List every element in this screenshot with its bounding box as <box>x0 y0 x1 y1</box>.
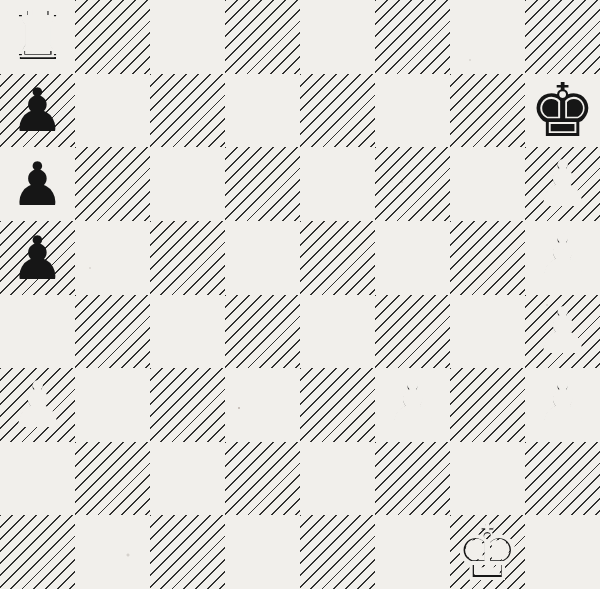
square-h1[interactable] <box>525 515 600 589</box>
piece-white-pawn[interactable]: ♟♙ <box>536 375 590 435</box>
square-h7[interactable]: ♚ <box>525 74 600 148</box>
square-c1[interactable] <box>150 515 225 589</box>
square-b5[interactable] <box>75 221 150 295</box>
square-e4[interactable] <box>300 295 375 369</box>
square-f1[interactable] <box>375 515 450 589</box>
square-d1[interactable] <box>225 515 300 589</box>
white-pawn-fill: ♟ <box>9 373 67 437</box>
black-pawn-glyph: ♟ <box>11 80 65 140</box>
white-pawn-fill: ♟ <box>534 299 592 363</box>
square-g8[interactable] <box>450 0 525 74</box>
square-e1[interactable] <box>300 515 375 589</box>
piece-white-pawn[interactable]: ♟♙ <box>536 228 590 288</box>
square-d8[interactable] <box>225 0 300 74</box>
square-h4[interactable]: ♟♙ <box>525 295 600 369</box>
square-c4[interactable] <box>150 295 225 369</box>
piece-black-pawn[interactable]: ♟ <box>11 80 65 140</box>
square-a1[interactable] <box>0 515 75 589</box>
square-b3[interactable] <box>75 368 150 442</box>
square-d7[interactable] <box>225 74 300 148</box>
piece-white-pawn[interactable]: ♟♙ <box>536 301 590 361</box>
square-f5[interactable] <box>375 221 450 295</box>
white-pawn-fill: ♟ <box>534 373 592 437</box>
square-a8[interactable]: ♜♖ <box>0 0 75 74</box>
square-b7[interactable] <box>75 74 150 148</box>
square-e5[interactable] <box>300 221 375 295</box>
square-c8[interactable] <box>150 0 225 74</box>
square-f6[interactable] <box>375 147 450 221</box>
square-c7[interactable] <box>150 74 225 148</box>
square-a5[interactable]: ♟ <box>0 221 75 295</box>
chess-board: ♜♖♟♚♟♟♙♟♟♙♟♙♟♙♟♙♟♙♚♔ <box>0 0 600 589</box>
black-pawn-glyph: ♟ <box>11 154 65 214</box>
piece-white-pawn[interactable]: ♟♙ <box>11 375 65 435</box>
square-a3[interactable]: ♟♙ <box>0 368 75 442</box>
square-g4[interactable] <box>450 295 525 369</box>
square-e6[interactable] <box>300 147 375 221</box>
square-h8[interactable] <box>525 0 600 74</box>
square-h5[interactable]: ♟♙ <box>525 221 600 295</box>
white-pawn-fill: ♟ <box>534 226 592 290</box>
square-h6[interactable]: ♟♙ <box>525 147 600 221</box>
piece-white-rook[interactable]: ♜♖ <box>8 4 67 70</box>
white-rook-fill: ♜ <box>6 2 69 73</box>
square-f2[interactable] <box>375 442 450 516</box>
square-g6[interactable] <box>450 147 525 221</box>
square-g7[interactable] <box>450 74 525 148</box>
square-a6[interactable]: ♟ <box>0 147 75 221</box>
square-e8[interactable] <box>300 0 375 74</box>
square-g5[interactable] <box>450 221 525 295</box>
square-h2[interactable] <box>525 442 600 516</box>
square-d5[interactable] <box>225 221 300 295</box>
square-c6[interactable] <box>150 147 225 221</box>
square-a4[interactable] <box>0 295 75 369</box>
square-c2[interactable] <box>150 442 225 516</box>
square-c5[interactable] <box>150 221 225 295</box>
square-e2[interactable] <box>300 442 375 516</box>
square-g1[interactable]: ♚♔ <box>450 515 525 589</box>
piece-black-pawn[interactable]: ♟ <box>11 154 65 214</box>
square-h3[interactable]: ♟♙ <box>525 368 600 442</box>
square-g3[interactable] <box>450 368 525 442</box>
square-b8[interactable] <box>75 0 150 74</box>
white-pawn-fill: ♟ <box>534 152 592 216</box>
square-f4[interactable] <box>375 295 450 369</box>
square-a2[interactable] <box>0 442 75 516</box>
black-king-glyph: ♚ <box>529 74 595 148</box>
square-f8[interactable] <box>375 0 450 74</box>
square-f3[interactable]: ♟♙ <box>375 368 450 442</box>
piece-black-pawn[interactable]: ♟ <box>11 228 65 288</box>
piece-white-pawn[interactable]: ♟♙ <box>386 375 440 435</box>
square-d6[interactable] <box>225 147 300 221</box>
square-b6[interactable] <box>75 147 150 221</box>
white-king-fill: ♚ <box>452 515 523 589</box>
white-pawn-fill: ♟ <box>384 373 442 437</box>
square-g2[interactable] <box>450 442 525 516</box>
square-b2[interactable] <box>75 442 150 516</box>
square-b1[interactable] <box>75 515 150 589</box>
square-a7[interactable]: ♟ <box>0 74 75 148</box>
piece-white-pawn[interactable]: ♟♙ <box>536 154 590 214</box>
square-f7[interactable] <box>375 74 450 148</box>
square-e7[interactable] <box>300 74 375 148</box>
square-b4[interactable] <box>75 295 150 369</box>
black-pawn-glyph: ♟ <box>11 228 65 288</box>
square-d4[interactable] <box>225 295 300 369</box>
square-e3[interactable] <box>300 368 375 442</box>
piece-white-king[interactable]: ♚♔ <box>454 515 520 589</box>
square-c3[interactable] <box>150 368 225 442</box>
square-d2[interactable] <box>225 442 300 516</box>
square-d3[interactable] <box>225 368 300 442</box>
piece-black-king[interactable]: ♚ <box>529 74 595 148</box>
